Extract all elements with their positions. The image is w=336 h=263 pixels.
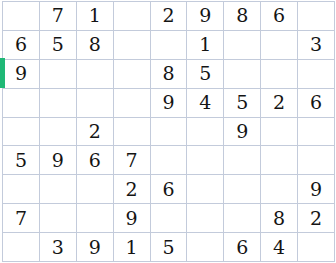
- cell-r4c1[interactable]: [3, 89, 39, 117]
- cell-r7c5[interactable]: 6: [151, 175, 187, 203]
- cell-r2c8[interactable]: [261, 31, 297, 59]
- cell-r5c5[interactable]: [151, 118, 187, 146]
- cell-r4c5[interactable]: 9: [151, 89, 187, 117]
- cell-r8c1[interactable]: 7: [3, 204, 39, 232]
- cell-r5c2[interactable]: [40, 118, 76, 146]
- cell-r2c6[interactable]: 1: [187, 31, 223, 59]
- cell-r2c2[interactable]: 5: [40, 31, 76, 59]
- cell-r4c8[interactable]: 2: [261, 89, 297, 117]
- cell-r1c4[interactable]: [114, 2, 150, 30]
- cell-r6c9[interactable]: [298, 146, 334, 174]
- cell-r3c1[interactable]: 9: [3, 60, 39, 88]
- cell-r8c5[interactable]: [151, 204, 187, 232]
- cell-r6c4[interactable]: 7: [114, 146, 150, 174]
- cell-r9c8[interactable]: 4: [261, 233, 297, 261]
- cell-r8c4[interactable]: 9: [114, 204, 150, 232]
- cell-r3c2[interactable]: [40, 60, 76, 88]
- cell-r7c4[interactable]: 2: [114, 175, 150, 203]
- cell-r4c7[interactable]: 5: [224, 89, 260, 117]
- cell-r3c7[interactable]: [224, 60, 260, 88]
- cell-r6c7[interactable]: [224, 146, 260, 174]
- cell-r7c3[interactable]: [77, 175, 113, 203]
- cell-r4c3[interactable]: [77, 89, 113, 117]
- cell-r9c5[interactable]: 5: [151, 233, 187, 261]
- cell-r7c9[interactable]: 9: [298, 175, 334, 203]
- cell-r4c6[interactable]: 4: [187, 89, 223, 117]
- cell-r8c3[interactable]: [77, 204, 113, 232]
- cell-r3c5[interactable]: 8: [151, 60, 187, 88]
- cell-r7c1[interactable]: [3, 175, 39, 203]
- cell-r3c4[interactable]: [114, 60, 150, 88]
- cell-r8c6[interactable]: [187, 204, 223, 232]
- cell-r1c1[interactable]: [3, 2, 39, 30]
- cell-r2c4[interactable]: [114, 31, 150, 59]
- cell-r9c7[interactable]: 6: [224, 233, 260, 261]
- cell-r6c5[interactable]: [151, 146, 187, 174]
- cell-r3c6[interactable]: 5: [187, 60, 223, 88]
- active-row-indicator: [0, 58, 5, 88]
- cell-r7c6[interactable]: [187, 175, 223, 203]
- cell-r9c3[interactable]: 9: [77, 233, 113, 261]
- cell-r2c7[interactable]: [224, 31, 260, 59]
- cell-r5c6[interactable]: [187, 118, 223, 146]
- cell-r4c2[interactable]: [40, 89, 76, 117]
- cell-r9c4[interactable]: 1: [114, 233, 150, 261]
- cell-r2c9[interactable]: 3: [298, 31, 334, 59]
- cell-r9c9[interactable]: [298, 233, 334, 261]
- cell-r6c3[interactable]: 6: [77, 146, 113, 174]
- cell-r1c5[interactable]: 2: [151, 2, 187, 30]
- cell-r7c2[interactable]: [40, 175, 76, 203]
- cell-r5c7[interactable]: 9: [224, 118, 260, 146]
- cell-r1c6[interactable]: 9: [187, 2, 223, 30]
- sudoku-board: 71298665813985945262959672697982391564: [2, 1, 335, 262]
- cell-r6c6[interactable]: [187, 146, 223, 174]
- cell-r9c2[interactable]: 3: [40, 233, 76, 261]
- cell-r6c2[interactable]: 9: [40, 146, 76, 174]
- cell-r7c8[interactable]: [261, 175, 297, 203]
- cell-r1c2[interactable]: 7: [40, 2, 76, 30]
- cell-r1c8[interactable]: 6: [261, 2, 297, 30]
- cell-r5c8[interactable]: [261, 118, 297, 146]
- cell-r9c6[interactable]: [187, 233, 223, 261]
- cell-r8c7[interactable]: [224, 204, 260, 232]
- cell-r4c4[interactable]: [114, 89, 150, 117]
- cell-r6c1[interactable]: 5: [3, 146, 39, 174]
- cell-r8c9[interactable]: 2: [298, 204, 334, 232]
- cell-r1c9[interactable]: [298, 2, 334, 30]
- cell-r5c9[interactable]: [298, 118, 334, 146]
- cell-r1c3[interactable]: 1: [77, 2, 113, 30]
- cell-r9c1[interactable]: [3, 233, 39, 261]
- cell-r2c3[interactable]: 8: [77, 31, 113, 59]
- cell-r5c4[interactable]: [114, 118, 150, 146]
- cell-r6c8[interactable]: [261, 146, 297, 174]
- cell-r8c2[interactable]: [40, 204, 76, 232]
- cell-r8c8[interactable]: 8: [261, 204, 297, 232]
- cell-r2c5[interactable]: [151, 31, 187, 59]
- cell-r3c9[interactable]: [298, 60, 334, 88]
- cell-r4c9[interactable]: 6: [298, 89, 334, 117]
- cell-r2c1[interactable]: 6: [3, 31, 39, 59]
- cell-r5c3[interactable]: 2: [77, 118, 113, 146]
- cell-r3c3[interactable]: [77, 60, 113, 88]
- cell-r3c8[interactable]: [261, 60, 297, 88]
- cell-r5c1[interactable]: [3, 118, 39, 146]
- cell-r1c7[interactable]: 8: [224, 2, 260, 30]
- cell-r7c7[interactable]: [224, 175, 260, 203]
